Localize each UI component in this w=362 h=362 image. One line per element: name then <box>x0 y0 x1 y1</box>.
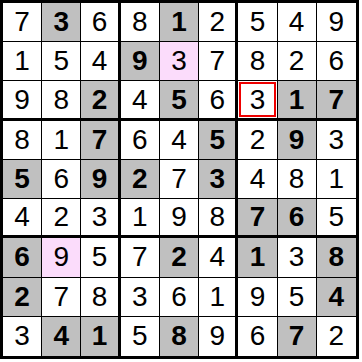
cell-r6c5[interactable]: 9 <box>160 199 199 238</box>
cell-r9c5[interactable]: 8 <box>160 317 199 356</box>
cell-r4c9[interactable]: 3 <box>317 121 356 160</box>
cell-r3c8[interactable]: 1 <box>278 81 317 120</box>
cell-r5c3[interactable]: 9 <box>81 160 120 199</box>
cell-r1c8[interactable]: 4 <box>278 3 317 42</box>
cell-r8c3[interactable]: 8 <box>81 278 120 317</box>
cell-r1c9[interactable]: 9 <box>317 3 356 42</box>
cell-r2c2[interactable]: 5 <box>42 42 81 81</box>
cell-r5c4[interactable]: 2 <box>121 160 160 199</box>
cell-r9c6[interactable]: 9 <box>199 317 238 356</box>
cell-r1c3[interactable]: 6 <box>81 3 120 42</box>
cell-r3c2[interactable]: 8 <box>42 81 81 120</box>
cell-r8c6[interactable]: 1 <box>199 278 238 317</box>
cell-r3c1[interactable]: 9 <box>3 81 42 120</box>
cell-r5c6[interactable]: 3 <box>199 160 238 199</box>
cell-r5c8[interactable]: 8 <box>278 160 317 199</box>
cell-r2c8[interactable]: 2 <box>278 42 317 81</box>
cell-r9c7[interactable]: 6 <box>238 317 277 356</box>
cell-r1c4[interactable]: 8 <box>121 3 160 42</box>
cell-r4c7[interactable]: 2 <box>238 121 277 160</box>
cell-r7c6[interactable]: 4 <box>199 238 238 277</box>
cell-r4c8[interactable]: 9 <box>278 121 317 160</box>
cell-r1c6[interactable]: 2 <box>199 3 238 42</box>
cell-r5c7[interactable]: 4 <box>238 160 277 199</box>
cell-r1c1[interactable]: 7 <box>3 3 42 42</box>
cell-r3c5[interactable]: 5 <box>160 81 199 120</box>
cell-r9c1[interactable]: 3 <box>3 317 42 356</box>
cell-r9c2[interactable]: 4 <box>42 317 81 356</box>
cell-r8c1[interactable]: 2 <box>3 278 42 317</box>
cell-r3c9[interactable]: 7 <box>317 81 356 120</box>
cell-r5c5[interactable]: 7 <box>160 160 199 199</box>
cell-r2c5[interactable]: 3 <box>160 42 199 81</box>
cell-r6c6[interactable]: 8 <box>199 199 238 238</box>
cell-r6c4[interactable]: 1 <box>121 199 160 238</box>
cell-r6c1[interactable]: 4 <box>3 199 42 238</box>
cell-r7c4[interactable]: 7 <box>121 238 160 277</box>
cell-r7c2[interactable]: 9 <box>42 238 81 277</box>
cell-r7c7[interactable]: 1 <box>238 238 277 277</box>
cell-r2c4[interactable]: 9 <box>121 42 160 81</box>
cell-r3c4[interactable]: 4 <box>121 81 160 120</box>
cell-r2c9[interactable]: 6 <box>317 42 356 81</box>
cell-r3c3[interactable]: 2 <box>81 81 120 120</box>
cell-r4c5[interactable]: 4 <box>160 121 199 160</box>
cell-r4c1[interactable]: 8 <box>3 121 42 160</box>
cell-r6c9[interactable]: 5 <box>317 199 356 238</box>
cell-r4c2[interactable]: 1 <box>42 121 81 160</box>
cell-r1c7[interactable]: 5 <box>238 3 277 42</box>
cell-r2c6[interactable]: 7 <box>199 42 238 81</box>
cell-r5c1[interactable]: 5 <box>3 160 42 199</box>
cell-r4c4[interactable]: 6 <box>121 121 160 160</box>
sudoku-board: 7368125491549378269824563178176452935692… <box>0 0 359 359</box>
cell-r8c7[interactable]: 9 <box>238 278 277 317</box>
cell-r6c7[interactable]: 7 <box>238 199 277 238</box>
cell-r6c3[interactable]: 3 <box>81 199 120 238</box>
cell-r9c8[interactable]: 7 <box>278 317 317 356</box>
cell-r1c2[interactable]: 3 <box>42 3 81 42</box>
cell-r8c8[interactable]: 5 <box>278 278 317 317</box>
cell-r2c3[interactable]: 4 <box>81 42 120 81</box>
cell-r1c5[interactable]: 1 <box>160 3 199 42</box>
cell-r9c4[interactable]: 5 <box>121 317 160 356</box>
cell-r7c9[interactable]: 8 <box>317 238 356 277</box>
cell-r8c9[interactable]: 4 <box>317 278 356 317</box>
cell-r8c5[interactable]: 6 <box>160 278 199 317</box>
cell-r7c8[interactable]: 3 <box>278 238 317 277</box>
cell-r9c3[interactable]: 1 <box>81 317 120 356</box>
cell-r6c8[interactable]: 6 <box>278 199 317 238</box>
cell-r7c3[interactable]: 5 <box>81 238 120 277</box>
cell-r6c2[interactable]: 2 <box>42 199 81 238</box>
cell-r7c1[interactable]: 6 <box>3 238 42 277</box>
cell-r2c7[interactable]: 8 <box>238 42 277 81</box>
cell-r5c2[interactable]: 6 <box>42 160 81 199</box>
cell-r2c1[interactable]: 1 <box>3 42 42 81</box>
cell-r4c6[interactable]: 5 <box>199 121 238 160</box>
cell-r3c6[interactable]: 6 <box>199 81 238 120</box>
cell-r8c2[interactable]: 7 <box>42 278 81 317</box>
cell-r3c7[interactable]: 3 <box>238 81 277 120</box>
cell-r7c5[interactable]: 2 <box>160 238 199 277</box>
cell-r4c3[interactable]: 7 <box>81 121 120 160</box>
cell-r8c4[interactable]: 3 <box>121 278 160 317</box>
cell-r9c9[interactable]: 2 <box>317 317 356 356</box>
cell-r5c9[interactable]: 1 <box>317 160 356 199</box>
